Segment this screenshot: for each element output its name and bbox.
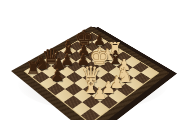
piece-black-r-a8[interactable]: ♜ [26, 60, 42, 77]
piece-black-p-b6[interactable]: ♟ [51, 68, 65, 84]
chess-set-photo: ♚♟♝♟♜♟♛♟♟♚♝♞♟♟♜♟♛♞♟♝♟♟ [0, 0, 180, 120]
pieces-layer: ♚♟♝♟♜♟♛♟♟♚♝♞♟♟♜♟♛♞♟♝♟♟ [0, 0, 180, 120]
piece-white-p-c2[interactable]: ♟ [92, 86, 107, 103]
